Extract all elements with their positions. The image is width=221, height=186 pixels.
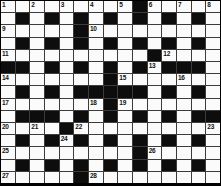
black-cell xyxy=(74,25,88,36)
white-cell[interactable] xyxy=(206,147,220,158)
clue-number: 12 xyxy=(163,50,170,57)
white-cell[interactable] xyxy=(60,99,74,110)
white-cell[interactable] xyxy=(118,38,132,49)
white-cell[interactable] xyxy=(16,50,30,61)
white-cell[interactable] xyxy=(89,50,103,61)
clue-number: 13 xyxy=(149,62,156,69)
white-cell[interactable]: 1 xyxy=(1,1,15,12)
white-cell[interactable] xyxy=(148,160,162,171)
clue-number: 5 xyxy=(119,1,122,8)
white-cell[interactable]: 18 xyxy=(89,99,103,110)
white-cell[interactable] xyxy=(118,123,132,134)
black-cell xyxy=(74,172,88,183)
black-cell xyxy=(45,38,59,49)
white-cell[interactable] xyxy=(89,135,103,146)
white-cell[interactable] xyxy=(74,99,88,110)
white-cell[interactable] xyxy=(89,147,103,158)
white-cell[interactable]: 11 xyxy=(1,50,15,61)
clue-number: 14 xyxy=(2,74,9,81)
white-cell[interactable]: 2 xyxy=(30,1,44,12)
white-cell[interactable]: 9 xyxy=(1,25,15,36)
white-cell[interactable]: 13 xyxy=(148,62,162,73)
white-cell[interactable]: 21 xyxy=(30,123,44,134)
clue-number: 1 xyxy=(2,1,5,8)
black-cell xyxy=(162,135,176,146)
white-cell[interactable]: 24 xyxy=(60,135,74,146)
black-cell xyxy=(104,99,118,110)
clue-number: 10 xyxy=(90,25,97,32)
white-cell[interactable] xyxy=(177,13,191,24)
clue-number: 11 xyxy=(2,50,8,57)
black-cell xyxy=(74,38,88,49)
white-cell[interactable] xyxy=(177,86,191,97)
white-cell[interactable] xyxy=(118,172,132,183)
black-cell xyxy=(133,38,147,49)
black-cell xyxy=(74,62,88,73)
white-cell[interactable] xyxy=(192,147,206,158)
white-cell[interactable] xyxy=(60,74,74,85)
white-cell[interactable] xyxy=(1,13,15,24)
black-cell xyxy=(104,111,118,122)
white-cell[interactable] xyxy=(60,86,74,97)
white-cell[interactable] xyxy=(89,13,103,24)
black-cell xyxy=(162,62,176,73)
white-cell[interactable] xyxy=(206,172,220,183)
white-cell[interactable] xyxy=(60,111,74,122)
clue-number: 8 xyxy=(207,1,210,8)
white-cell[interactable] xyxy=(177,111,191,122)
black-cell xyxy=(192,160,206,171)
white-cell[interactable] xyxy=(177,25,191,36)
black-cell xyxy=(104,62,118,73)
white-cell[interactable] xyxy=(16,123,30,134)
white-cell[interactable] xyxy=(206,135,220,146)
clue-number: 3 xyxy=(61,1,64,8)
black-cell xyxy=(16,38,30,49)
black-cell xyxy=(133,111,147,122)
clue-number: 22 xyxy=(75,123,82,130)
clue-number: 18 xyxy=(90,99,97,106)
clue-number: 6 xyxy=(149,1,152,8)
black-cell xyxy=(104,38,118,49)
white-cell[interactable] xyxy=(74,74,88,85)
black-cell xyxy=(133,13,147,24)
white-cell[interactable] xyxy=(16,1,30,12)
white-cell[interactable]: 22 xyxy=(74,123,88,134)
white-cell[interactable]: 27 xyxy=(1,172,15,183)
white-cell[interactable] xyxy=(30,172,44,183)
white-cell[interactable] xyxy=(177,147,191,158)
white-cell[interactable] xyxy=(89,160,103,171)
white-cell[interactable] xyxy=(118,135,132,146)
white-cell[interactable] xyxy=(30,147,44,158)
white-cell[interactable] xyxy=(162,99,176,110)
white-cell[interactable] xyxy=(192,172,206,183)
black-cell xyxy=(16,86,30,97)
white-cell[interactable] xyxy=(206,160,220,171)
white-cell[interactable] xyxy=(45,172,59,183)
black-cell xyxy=(133,160,147,171)
black-cell xyxy=(192,13,206,24)
black-cell xyxy=(192,38,206,49)
white-cell[interactable] xyxy=(16,25,30,36)
white-cell[interactable] xyxy=(148,99,162,110)
white-cell[interactable]: 5 xyxy=(118,1,132,12)
black-cell xyxy=(16,13,30,24)
white-cell[interactable] xyxy=(1,111,15,122)
clue-number: 17 xyxy=(2,99,9,106)
white-cell[interactable] xyxy=(89,74,103,85)
white-cell[interactable]: 6 xyxy=(148,1,162,12)
clue-number: 19 xyxy=(119,99,126,106)
black-cell xyxy=(104,13,118,24)
white-cell[interactable] xyxy=(60,160,74,171)
black-cell xyxy=(192,86,206,97)
white-cell[interactable] xyxy=(133,172,147,183)
black-cell xyxy=(177,62,191,73)
white-cell[interactable] xyxy=(60,50,74,61)
black-cell xyxy=(192,111,206,122)
white-cell[interactable] xyxy=(30,99,44,110)
white-cell[interactable] xyxy=(133,74,147,85)
white-cell[interactable] xyxy=(192,1,206,12)
white-cell[interactable] xyxy=(30,13,44,24)
white-cell[interactable] xyxy=(1,38,15,49)
white-cell[interactable] xyxy=(177,160,191,171)
white-cell[interactable] xyxy=(60,62,74,73)
white-cell[interactable] xyxy=(45,74,59,85)
white-cell[interactable]: 28 xyxy=(89,172,103,183)
black-cell xyxy=(45,160,59,171)
white-cell[interactable] xyxy=(104,147,118,158)
white-cell[interactable] xyxy=(206,74,220,85)
white-cell[interactable] xyxy=(30,38,44,49)
white-cell[interactable] xyxy=(45,25,59,36)
white-cell[interactable] xyxy=(148,86,162,97)
white-cell[interactable] xyxy=(192,50,206,61)
clue-number: 25 xyxy=(2,147,9,154)
white-cell[interactable] xyxy=(30,86,44,97)
crossword-board: 1234567891011121314151617181920212223242… xyxy=(0,0,221,186)
white-cell[interactable] xyxy=(133,99,147,110)
clue-number: 28 xyxy=(90,172,97,179)
clue-number: 24 xyxy=(61,135,68,142)
clue-number: 21 xyxy=(31,123,38,130)
black-cell xyxy=(45,62,59,73)
white-cell[interactable]: 8 xyxy=(206,1,220,12)
white-cell[interactable] xyxy=(177,99,191,110)
white-cell[interactable] xyxy=(148,25,162,36)
white-cell[interactable] xyxy=(192,25,206,36)
clue-number: 27 xyxy=(2,172,9,179)
black-cell xyxy=(162,160,176,171)
black-cell xyxy=(45,86,59,97)
black-cell xyxy=(74,86,88,97)
white-cell[interactable] xyxy=(1,160,15,171)
white-cell[interactable]: 17 xyxy=(1,99,15,110)
white-cell[interactable] xyxy=(162,74,176,85)
white-cell[interactable]: 10 xyxy=(89,25,103,36)
white-cell[interactable]: 7 xyxy=(177,1,191,12)
black-cell xyxy=(16,135,30,146)
white-cell[interactable]: 19 xyxy=(118,99,132,110)
white-cell[interactable] xyxy=(206,86,220,97)
black-cell xyxy=(30,111,44,122)
white-cell[interactable] xyxy=(45,147,59,158)
black-cell xyxy=(133,135,147,146)
white-cell[interactable] xyxy=(60,147,74,158)
white-cell[interactable] xyxy=(192,123,206,134)
white-cell[interactable] xyxy=(177,50,191,61)
white-cell[interactable] xyxy=(162,25,176,36)
white-cell[interactable] xyxy=(30,160,44,171)
black-cell xyxy=(104,160,118,171)
white-cell[interactable] xyxy=(148,172,162,183)
black-cell xyxy=(74,111,88,122)
white-cell[interactable] xyxy=(89,123,103,134)
black-cell xyxy=(162,111,176,122)
clue-number: 15 xyxy=(119,74,126,81)
black-cell xyxy=(118,86,132,97)
white-cell[interactable] xyxy=(1,135,15,146)
white-cell[interactable] xyxy=(206,62,220,73)
white-cell[interactable] xyxy=(177,135,191,146)
clue-number: 7 xyxy=(178,1,181,8)
white-cell[interactable] xyxy=(192,99,206,110)
clue-number: 9 xyxy=(2,25,5,32)
white-cell[interactable] xyxy=(45,1,59,12)
white-cell[interactable] xyxy=(104,50,118,61)
black-cell xyxy=(133,147,147,158)
black-cell xyxy=(74,160,88,171)
clue-number: 20 xyxy=(2,123,9,130)
white-cell[interactable] xyxy=(104,123,118,134)
black-cell xyxy=(192,62,206,73)
black-cell xyxy=(45,135,59,146)
white-cell[interactable] xyxy=(1,86,15,97)
white-cell[interactable] xyxy=(16,74,30,85)
white-cell[interactable] xyxy=(60,38,74,49)
white-cell[interactable] xyxy=(30,74,44,85)
white-cell[interactable] xyxy=(60,13,74,24)
black-cell xyxy=(162,13,176,24)
white-cell[interactable] xyxy=(89,38,103,49)
white-cell[interactable] xyxy=(162,1,176,12)
black-cell xyxy=(133,62,147,73)
white-cell[interactable] xyxy=(148,135,162,146)
white-cell[interactable] xyxy=(206,13,220,24)
white-cell[interactable] xyxy=(148,13,162,24)
black-cell xyxy=(45,13,59,24)
black-cell xyxy=(60,123,74,134)
black-cell xyxy=(16,111,30,122)
white-cell[interactable]: 15 xyxy=(118,74,132,85)
white-cell[interactable] xyxy=(148,123,162,134)
white-cell[interactable] xyxy=(118,50,132,61)
white-cell[interactable] xyxy=(89,62,103,73)
black-cell xyxy=(104,135,118,146)
black-cell xyxy=(104,74,118,85)
white-cell[interactable] xyxy=(45,123,59,134)
white-cell[interactable]: 3 xyxy=(60,1,74,12)
black-cell xyxy=(162,38,176,49)
white-cell[interactable] xyxy=(104,1,118,12)
clue-number: 26 xyxy=(149,147,156,154)
white-cell[interactable]: 12 xyxy=(162,50,176,61)
white-cell[interactable]: 23 xyxy=(206,123,220,134)
white-cell[interactable] xyxy=(177,38,191,49)
white-cell[interactable] xyxy=(104,172,118,183)
white-cell[interactable] xyxy=(206,99,220,110)
black-cell xyxy=(1,62,15,73)
black-cell xyxy=(206,111,220,122)
white-cell[interactable] xyxy=(16,147,30,158)
white-cell[interactable] xyxy=(162,123,176,134)
black-cell xyxy=(74,13,88,24)
white-cell[interactable] xyxy=(89,111,103,122)
black-cell xyxy=(45,111,59,122)
white-cell[interactable] xyxy=(133,50,147,61)
black-cell xyxy=(192,135,206,146)
clue-number: 2 xyxy=(31,1,34,8)
clue-number: 16 xyxy=(178,74,185,81)
black-cell xyxy=(74,135,88,146)
white-cell[interactable] xyxy=(206,38,220,49)
white-cell[interactable] xyxy=(30,25,44,36)
white-cell[interactable] xyxy=(104,25,118,36)
white-cell[interactable]: 16 xyxy=(177,74,191,85)
black-cell xyxy=(162,86,176,97)
white-cell[interactable] xyxy=(162,147,176,158)
white-cell[interactable] xyxy=(118,13,132,24)
white-cell[interactable] xyxy=(74,50,88,61)
black-cell xyxy=(133,86,147,97)
white-cell[interactable]: 4 xyxy=(89,1,103,12)
white-cell[interactable] xyxy=(16,172,30,183)
white-cell[interactable] xyxy=(148,38,162,49)
white-cell[interactable] xyxy=(60,172,74,183)
white-cell[interactable] xyxy=(74,147,88,158)
white-cell[interactable] xyxy=(177,172,191,183)
white-cell[interactable] xyxy=(133,123,147,134)
black-cell xyxy=(148,50,162,61)
white-cell[interactable] xyxy=(206,50,220,61)
white-cell[interactable] xyxy=(148,111,162,122)
white-cell[interactable] xyxy=(118,147,132,158)
white-cell[interactable]: 14 xyxy=(1,74,15,85)
white-cell[interactable] xyxy=(60,25,74,36)
white-cell[interactable] xyxy=(133,25,147,36)
black-cell xyxy=(133,1,147,12)
white-cell[interactable] xyxy=(148,74,162,85)
white-cell[interactable] xyxy=(118,62,132,73)
clue-number: 23 xyxy=(207,123,214,130)
white-cell[interactable] xyxy=(118,25,132,36)
white-cell[interactable] xyxy=(206,25,220,36)
clue-number: 4 xyxy=(90,1,93,8)
white-cell[interactable] xyxy=(118,111,132,122)
black-cell xyxy=(16,62,30,73)
white-cell[interactable] xyxy=(192,74,206,85)
white-cell[interactable]: 20 xyxy=(1,123,15,134)
white-cell[interactable] xyxy=(30,135,44,146)
black-cell xyxy=(89,86,103,97)
white-cell[interactable]: 26 xyxy=(148,147,162,158)
white-cell[interactable] xyxy=(30,62,44,73)
white-cell[interactable]: 25 xyxy=(1,147,15,158)
white-cell[interactable] xyxy=(177,123,191,134)
crossword-grid: 1234567891011121314151617181920212223242… xyxy=(1,1,220,183)
white-cell[interactable] xyxy=(45,50,59,61)
white-cell[interactable] xyxy=(45,99,59,110)
white-cell[interactable] xyxy=(74,1,88,12)
white-cell[interactable] xyxy=(30,50,44,61)
white-cell[interactable] xyxy=(162,172,176,183)
black-cell xyxy=(16,160,30,171)
white-cell[interactable] xyxy=(16,99,30,110)
black-cell xyxy=(104,86,118,97)
white-cell[interactable] xyxy=(118,160,132,171)
